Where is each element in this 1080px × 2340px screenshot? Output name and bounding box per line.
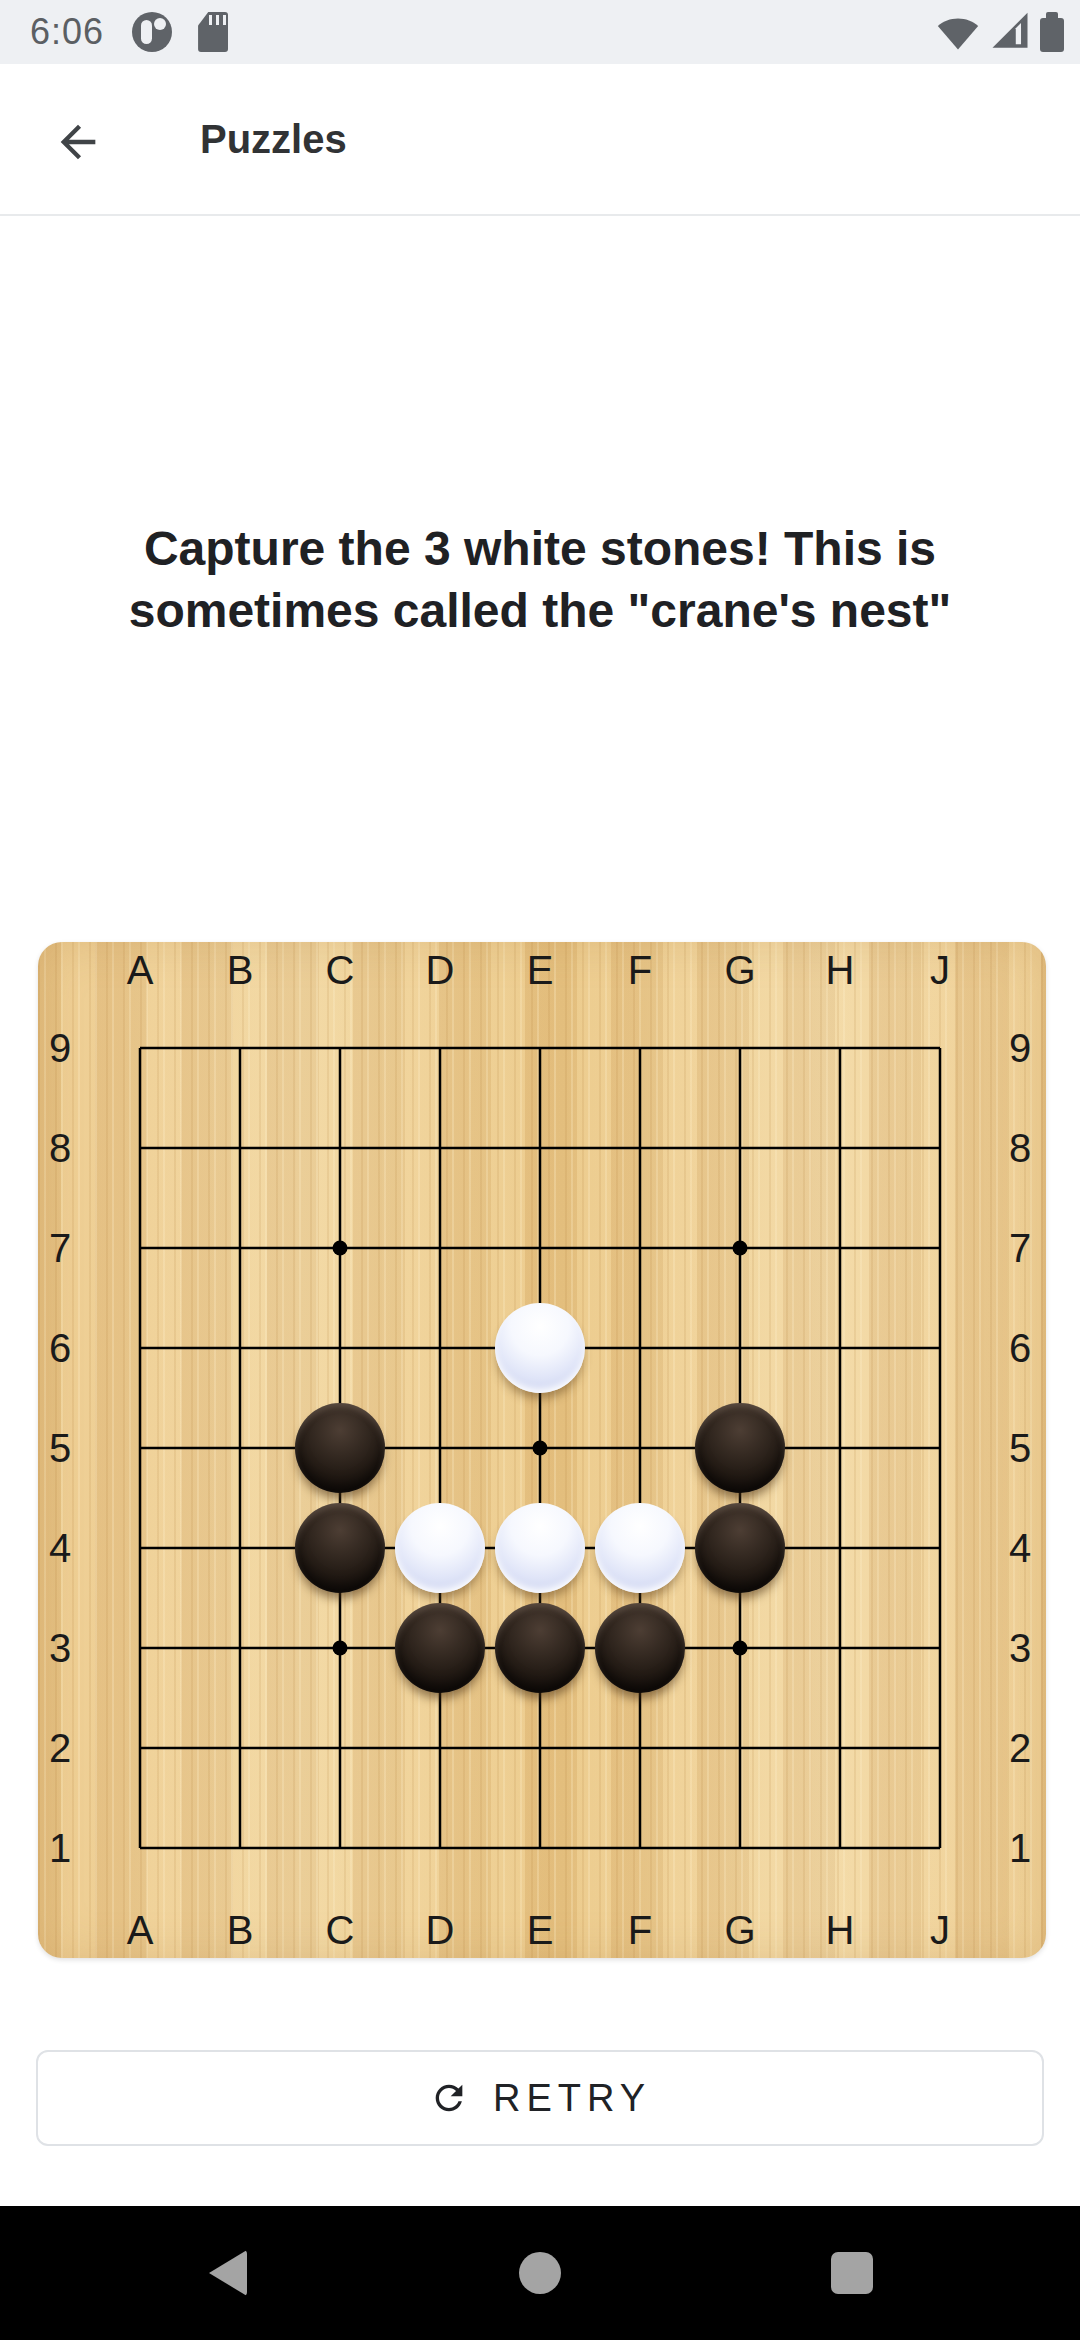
retry-button[interactable]: RETRY	[36, 2050, 1044, 2146]
coord-left-6: 6	[49, 1326, 71, 1371]
android-nav-bar	[0, 2206, 1080, 2340]
coord-left-3: 3	[49, 1626, 71, 1671]
stone-black-F3	[595, 1603, 685, 1693]
clock: 6:06	[30, 11, 104, 53]
instruction-line-1: Capture the 3 white stones! This is	[0, 518, 1080, 580]
stone-black-E3	[495, 1603, 585, 1693]
star-point-E5	[533, 1441, 548, 1456]
home-circle-icon[interactable]	[519, 2252, 561, 2294]
star-point-C7	[333, 1241, 348, 1256]
recents-square-icon[interactable]	[831, 2252, 873, 2294]
coord-bottom-F: F	[628, 1908, 652, 1953]
refresh-icon	[429, 2078, 469, 2118]
cell-signal-icon	[989, 11, 1031, 53]
coord-bottom-C: C	[326, 1908, 355, 1953]
notification-icons	[132, 12, 228, 52]
stone-white-F4	[595, 1503, 685, 1593]
puzzle-instruction: Capture the 3 white stones! This is some…	[0, 518, 1080, 642]
coord-top-J: J	[930, 948, 950, 993]
coord-right-1: 1	[1009, 1826, 1031, 1871]
coord-right-8: 8	[1009, 1126, 1031, 1171]
coord-right-2: 2	[1009, 1726, 1031, 1771]
go-app-icon	[132, 12, 172, 52]
coord-left-1: 1	[49, 1826, 71, 1871]
star-point-G7	[733, 1241, 748, 1256]
stone-white-E6	[495, 1303, 585, 1393]
coord-bottom-H: H	[826, 1908, 855, 1953]
coord-top-F: F	[628, 948, 652, 993]
coord-bottom-E: E	[527, 1908, 554, 1953]
app-bar: Puzzles	[0, 64, 1080, 214]
stone-black-G5	[695, 1403, 785, 1493]
coord-top-H: H	[826, 948, 855, 993]
coord-right-5: 5	[1009, 1426, 1031, 1471]
stone-white-D4	[395, 1503, 485, 1593]
coord-top-E: E	[527, 948, 554, 993]
sd-card-icon	[198, 12, 228, 52]
coord-left-8: 8	[49, 1126, 71, 1171]
stone-black-C4	[295, 1503, 385, 1593]
stone-black-D3	[395, 1603, 485, 1693]
coord-left-2: 2	[49, 1726, 71, 1771]
page-title: Puzzles	[200, 64, 347, 214]
coord-top-D: D	[426, 948, 455, 993]
system-icons	[936, 0, 1064, 64]
go-board[interactable]: AABBCCDDEEFFGGHHJJ998877665544332211	[38, 942, 1046, 1958]
coord-bottom-B: B	[227, 1908, 254, 1953]
coord-left-7: 7	[49, 1226, 71, 1271]
coord-right-3: 3	[1009, 1626, 1031, 1671]
coord-right-9: 9	[1009, 1026, 1031, 1071]
coord-bottom-D: D	[426, 1908, 455, 1953]
wifi-icon	[936, 10, 980, 54]
coord-bottom-A: A	[127, 1908, 154, 1953]
app-bar-divider	[0, 214, 1080, 216]
stone-black-C5	[295, 1403, 385, 1493]
board-grid	[38, 942, 1046, 1958]
coord-top-C: C	[326, 948, 355, 993]
coord-top-A: A	[127, 948, 154, 993]
coord-right-4: 4	[1009, 1526, 1031, 1571]
coord-left-5: 5	[49, 1426, 71, 1471]
star-point-C3	[333, 1641, 348, 1656]
arrow-left-icon	[52, 116, 104, 168]
coord-top-B: B	[227, 948, 254, 993]
coord-right-6: 6	[1009, 1326, 1031, 1371]
back-triangle-icon[interactable]	[209, 2250, 247, 2296]
status-bar: 6:06	[0, 0, 1080, 64]
coord-bottom-G: G	[724, 1908, 755, 1953]
coord-left-9: 9	[49, 1026, 71, 1071]
instruction-line-2: sometimes called the "crane's nest"	[0, 580, 1080, 642]
coord-bottom-J: J	[930, 1908, 950, 1953]
star-point-G3	[733, 1641, 748, 1656]
retry-label: RETRY	[493, 2077, 651, 2120]
back-button[interactable]	[52, 116, 104, 168]
coord-top-G: G	[724, 948, 755, 993]
screen: 6:06 Puzzles Capture the 3 white stones!	[0, 0, 1080, 2340]
stone-black-G4	[695, 1503, 785, 1593]
stone-white-E4	[495, 1503, 585, 1593]
battery-icon	[1040, 12, 1064, 52]
coord-left-4: 4	[49, 1526, 71, 1571]
coord-right-7: 7	[1009, 1226, 1031, 1271]
